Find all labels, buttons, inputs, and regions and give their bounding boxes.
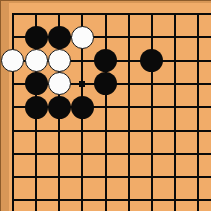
intersection-c5-r6	[94, 119, 117, 142]
intersection-c3-r2: ●	[48, 26, 71, 49]
intersection-c4-r9	[71, 189, 94, 211]
intersection-c6-r8	[117, 165, 140, 188]
intersection-c5-r9	[94, 189, 117, 211]
intersection-c1-r7	[1, 142, 24, 165]
white-stone-B17: ○	[25, 49, 48, 72]
intersection-c9-r6	[187, 119, 210, 142]
intersection-c1-r6	[1, 119, 24, 142]
intersection-c4-r2: ○	[71, 26, 94, 49]
intersection-c4-r5: ●	[71, 95, 94, 118]
intersection-c8-r4	[163, 72, 186, 95]
intersection-c5-r8	[94, 165, 117, 188]
go-board: ●●○○○○●●●○●●●●	[0, 0, 211, 211]
intersection-c8-r5	[163, 95, 186, 118]
intersection-c2-r9	[25, 189, 48, 211]
intersection-c1-r5	[1, 95, 24, 118]
black-stone-B16: ●	[25, 72, 48, 95]
intersection-c7-r9	[140, 189, 163, 211]
intersection-c8-r2	[163, 26, 186, 49]
white-stone-C17: ○	[48, 49, 71, 72]
intersection-c1-r8	[1, 165, 24, 188]
intersection-c1-r3: ○	[1, 49, 24, 72]
intersection-c8-r8	[163, 165, 186, 188]
intersection-c2-r3: ○	[25, 49, 48, 72]
intersection-c2-r4: ●	[25, 72, 48, 95]
intersection-c7-r3: ●	[140, 49, 163, 72]
intersection-c1-r4	[1, 72, 24, 95]
intersection-c9-r4	[187, 72, 210, 95]
board-grid: ●●○○○○●●●○●●●●	[1, 2, 209, 211]
black-stone-B15: ●	[25, 96, 48, 119]
intersection-c1-r9	[1, 189, 24, 211]
intersection-c1-r1	[1, 2, 24, 25]
intersection-c9-r7	[187, 142, 210, 165]
intersection-c2-r7	[25, 142, 48, 165]
intersection-c3-r9	[48, 189, 71, 211]
black-stone-C18: ●	[48, 26, 71, 49]
intersection-c9-r3	[187, 49, 210, 72]
intersection-c2-r5: ●	[25, 95, 48, 118]
black-stone-E16: ●	[94, 72, 117, 95]
intersection-c8-r1	[163, 2, 186, 25]
intersection-c9-r1	[187, 2, 210, 25]
intersection-c3-r8	[48, 165, 71, 188]
intersection-c9-r5	[187, 95, 210, 118]
intersection-c6-r6	[117, 119, 140, 142]
black-stone-B18: ●	[25, 26, 48, 49]
intersection-c4-r8	[71, 165, 94, 188]
black-stone-E17: ●	[94, 49, 117, 72]
black-stone-G17: ●	[140, 49, 163, 72]
intersection-c4-r7	[71, 142, 94, 165]
intersection-c6-r9	[117, 189, 140, 211]
intersection-c2-r8	[25, 165, 48, 188]
intersection-c6-r7	[117, 142, 140, 165]
intersection-c3-r7	[48, 142, 71, 165]
intersection-c8-r9	[163, 189, 186, 211]
intersection-c8-r7	[163, 142, 186, 165]
intersection-c7-r6	[140, 119, 163, 142]
intersection-c2-r1	[25, 2, 48, 25]
intersection-c5-r3: ●	[94, 49, 117, 72]
intersection-c7-r5	[140, 95, 163, 118]
intersection-c5-r2	[94, 26, 117, 49]
intersection-c6-r4	[117, 72, 140, 95]
intersection-c6-r3	[117, 49, 140, 72]
intersection-c1-r2	[1, 26, 24, 49]
intersection-c7-r1	[140, 2, 163, 25]
intersection-c6-r1	[117, 2, 140, 25]
intersection-c5-r1	[94, 2, 117, 25]
intersection-c9-r8	[187, 165, 210, 188]
intersection-c2-r6	[25, 119, 48, 142]
intersection-c4-r6	[71, 119, 94, 142]
white-stone-A17: ○	[1, 49, 24, 72]
intersection-c3-r3: ○	[48, 49, 71, 72]
intersection-c7-r8	[140, 165, 163, 188]
intersection-c9-r2	[187, 26, 210, 49]
intersection-c3-r5: ●	[48, 95, 71, 118]
intersection-c5-r7	[94, 142, 117, 165]
intersection-c6-r5	[117, 95, 140, 118]
white-stone-D18: ○	[71, 26, 94, 49]
star-point-D16	[79, 81, 85, 87]
intersection-c7-r2	[140, 26, 163, 49]
intersection-c2-r2: ●	[25, 26, 48, 49]
intersection-c4-r1	[71, 2, 94, 25]
intersection-c3-r6	[48, 119, 71, 142]
intersection-c5-r5	[94, 95, 117, 118]
intersection-c6-r2	[117, 26, 140, 49]
intersection-c7-r7	[140, 142, 163, 165]
black-stone-C15: ●	[48, 96, 71, 119]
intersection-c4-r3	[71, 49, 94, 72]
intersection-c8-r3	[163, 49, 186, 72]
intersection-c8-r6	[163, 119, 186, 142]
white-stone-C16: ○	[48, 72, 71, 95]
intersection-c3-r1	[48, 2, 71, 25]
intersection-c9-r9	[187, 189, 210, 211]
intersection-c4-r4	[71, 72, 94, 95]
intersection-c7-r4	[140, 72, 163, 95]
black-stone-D15: ●	[71, 96, 94, 119]
board-edge-top	[0, 0, 211, 1]
intersection-c3-r4: ○	[48, 72, 71, 95]
intersection-c5-r4: ●	[94, 72, 117, 95]
